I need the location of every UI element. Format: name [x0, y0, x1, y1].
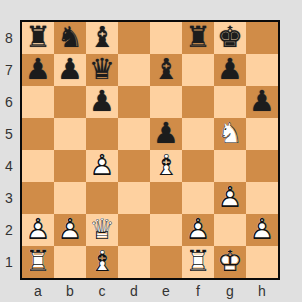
square-c3[interactable]: [86, 182, 118, 214]
piece-white-king-g1[interactable]: ♚♔: [214, 246, 246, 278]
black-pawn-icon: ♟: [22, 54, 54, 86]
rank-label-8: 8: [0, 22, 18, 54]
piece-white-bishop-e4[interactable]: ♝♗: [150, 150, 182, 182]
rank-label-5: 5: [0, 118, 18, 150]
white-pawn-outline-icon: ♙: [182, 214, 214, 246]
square-g8[interactable]: ♚: [214, 22, 246, 54]
piece-black-pawn-b7[interactable]: ♟: [54, 54, 86, 86]
square-h5[interactable]: [246, 118, 278, 150]
piece-black-pawn-g7[interactable]: ♟: [214, 54, 246, 86]
white-king-outline-icon: ♔: [214, 246, 246, 278]
piece-white-pawn-g3[interactable]: ♟♙: [214, 182, 246, 214]
rank-label-3: 3: [0, 182, 18, 214]
square-b1[interactable]: [54, 246, 86, 278]
piece-black-pawn-h6[interactable]: ♟: [246, 86, 278, 118]
white-pawn-outline-icon: ♙: [86, 150, 118, 182]
square-b3[interactable]: [54, 182, 86, 214]
square-g4[interactable]: [214, 150, 246, 182]
rank-label-7: 7: [0, 54, 18, 86]
square-b8[interactable]: ♞: [54, 22, 86, 54]
black-bishop-icon: ♝: [150, 54, 182, 86]
rank-label-2: 2: [0, 214, 18, 246]
white-pawn-outline-icon: ♙: [22, 214, 54, 246]
file-label-h: h: [246, 283, 278, 300]
square-a2[interactable]: ♟♙: [22, 214, 54, 246]
square-a5[interactable]: [22, 118, 54, 150]
black-rook-icon: ♜: [22, 22, 54, 54]
piece-black-rook-f8[interactable]: ♜: [182, 22, 214, 54]
piece-white-bishop-c1[interactable]: ♝♗: [86, 246, 118, 278]
square-g5[interactable]: ♞♘: [214, 118, 246, 150]
square-b2[interactable]: ♟♙: [54, 214, 86, 246]
white-rook-outline-icon: ♖: [22, 246, 54, 278]
chess-diagram: ♜♞♝♜♚♟♟♛♝♟♟♟♟♞♘♟♙♝♗♟♙♟♙♟♙♛♕♟♙♟♙♜♖♝♗♜♖♚♔ …: [0, 0, 302, 302]
black-queen-icon: ♛: [86, 54, 118, 86]
file-label-a: a: [22, 283, 54, 300]
square-g2[interactable]: [214, 214, 246, 246]
square-a1[interactable]: ♜♖: [22, 246, 54, 278]
piece-black-knight-b8[interactable]: ♞: [54, 22, 86, 54]
piece-black-pawn-c6[interactable]: ♟: [86, 86, 118, 118]
square-c7[interactable]: ♛: [86, 54, 118, 86]
square-d8[interactable]: [118, 22, 150, 54]
piece-white-queen-c2[interactable]: ♛♕: [86, 214, 118, 246]
square-a7[interactable]: ♟: [22, 54, 54, 86]
piece-black-pawn-e5[interactable]: ♟: [150, 118, 182, 150]
square-d4[interactable]: [118, 150, 150, 182]
piece-white-pawn-a2[interactable]: ♟♙: [22, 214, 54, 246]
black-pawn-icon: ♟: [246, 86, 278, 118]
piece-black-bishop-e7[interactable]: ♝: [150, 54, 182, 86]
square-d3[interactable]: [118, 182, 150, 214]
piece-white-pawn-f2[interactable]: ♟♙: [182, 214, 214, 246]
white-bishop-outline-icon: ♗: [150, 150, 182, 182]
file-label-f: f: [182, 283, 214, 300]
black-pawn-icon: ♟: [214, 54, 246, 86]
rank-label-6: 6: [0, 86, 18, 118]
square-g6[interactable]: [214, 86, 246, 118]
black-bishop-icon: ♝: [86, 22, 118, 54]
square-e3[interactable]: [150, 182, 182, 214]
file-label-e: e: [150, 283, 182, 300]
white-pawn-outline-icon: ♙: [214, 182, 246, 214]
piece-black-bishop-c8[interactable]: ♝: [86, 22, 118, 54]
square-f7[interactable]: [182, 54, 214, 86]
square-c6[interactable]: ♟: [86, 86, 118, 118]
square-d6[interactable]: [118, 86, 150, 118]
piece-white-pawn-c4[interactable]: ♟♙: [86, 150, 118, 182]
square-e1[interactable]: [150, 246, 182, 278]
square-c2[interactable]: ♛♕: [86, 214, 118, 246]
white-pawn-outline-icon: ♙: [246, 214, 278, 246]
square-b5[interactable]: [54, 118, 86, 150]
square-a3[interactable]: [22, 182, 54, 214]
piece-black-king-g8[interactable]: ♚: [214, 22, 246, 54]
piece-black-rook-a8[interactable]: ♜: [22, 22, 54, 54]
white-queen-outline-icon: ♕: [86, 214, 118, 246]
square-g3[interactable]: ♟♙: [214, 182, 246, 214]
file-label-b: b: [54, 283, 86, 300]
square-e8[interactable]: [150, 22, 182, 54]
rank-label-1: 1: [0, 246, 18, 278]
square-b7[interactable]: ♟: [54, 54, 86, 86]
square-d1[interactable]: [118, 246, 150, 278]
square-a8[interactable]: ♜: [22, 22, 54, 54]
file-label-c: c: [86, 283, 118, 300]
white-rook-outline-icon: ♖: [182, 246, 214, 278]
square-a4[interactable]: [22, 150, 54, 182]
piece-white-knight-g5[interactable]: ♞♘: [214, 118, 246, 150]
chess-board: ♜♞♝♜♚♟♟♛♝♟♟♟♟♞♘♟♙♝♗♟♙♟♙♟♙♛♕♟♙♟♙♜♖♝♗♜♖♚♔: [20, 20, 280, 280]
square-e6[interactable]: [150, 86, 182, 118]
file-label-g: g: [214, 283, 246, 300]
square-h3[interactable]: [246, 182, 278, 214]
square-g7[interactable]: ♟: [214, 54, 246, 86]
square-e5[interactable]: ♟: [150, 118, 182, 150]
square-c5[interactable]: [86, 118, 118, 150]
white-bishop-outline-icon: ♗: [86, 246, 118, 278]
piece-white-rook-a1[interactable]: ♜♖: [22, 246, 54, 278]
white-knight-outline-icon: ♘: [214, 118, 246, 150]
square-a6[interactable]: [22, 86, 54, 118]
piece-white-rook-f1[interactable]: ♜♖: [182, 246, 214, 278]
square-h7[interactable]: [246, 54, 278, 86]
square-h8[interactable]: [246, 22, 278, 54]
square-f8[interactable]: ♜: [182, 22, 214, 54]
square-e7[interactable]: ♝: [150, 54, 182, 86]
square-h6[interactable]: ♟: [246, 86, 278, 118]
black-rook-icon: ♜: [182, 22, 214, 54]
square-h4[interactable]: [246, 150, 278, 182]
square-f5[interactable]: [182, 118, 214, 150]
square-f6[interactable]: [182, 86, 214, 118]
black-knight-icon: ♞: [54, 22, 86, 54]
piece-white-pawn-h2[interactable]: ♟♙: [246, 214, 278, 246]
piece-black-pawn-a7[interactable]: ♟: [22, 54, 54, 86]
square-g1[interactable]: ♚♔: [214, 246, 246, 278]
white-pawn-outline-icon: ♙: [54, 214, 86, 246]
square-b6[interactable]: [54, 86, 86, 118]
square-e4[interactable]: ♝♗: [150, 150, 182, 182]
square-c4[interactable]: ♟♙: [86, 150, 118, 182]
square-d5[interactable]: [118, 118, 150, 150]
square-e2[interactable]: [150, 214, 182, 246]
piece-black-queen-c7[interactable]: ♛: [86, 54, 118, 86]
square-d7[interactable]: [118, 54, 150, 86]
square-d2[interactable]: [118, 214, 150, 246]
black-pawn-icon: ♟: [86, 86, 118, 118]
rank-label-4: 4: [0, 150, 18, 182]
square-h1[interactable]: [246, 246, 278, 278]
piece-white-pawn-b2[interactable]: ♟♙: [54, 214, 86, 246]
square-f1[interactable]: ♜♖: [182, 246, 214, 278]
square-f2[interactable]: ♟♙: [182, 214, 214, 246]
square-c8[interactable]: ♝: [86, 22, 118, 54]
black-pawn-icon: ♟: [150, 118, 182, 150]
square-b4[interactable]: [54, 150, 86, 182]
black-pawn-icon: ♟: [54, 54, 86, 86]
square-h2[interactable]: ♟♙: [246, 214, 278, 246]
black-king-icon: ♚: [214, 22, 246, 54]
square-f4[interactable]: [182, 150, 214, 182]
square-c1[interactable]: ♝♗: [86, 246, 118, 278]
file-label-d: d: [118, 283, 150, 300]
square-f3[interactable]: [182, 182, 214, 214]
